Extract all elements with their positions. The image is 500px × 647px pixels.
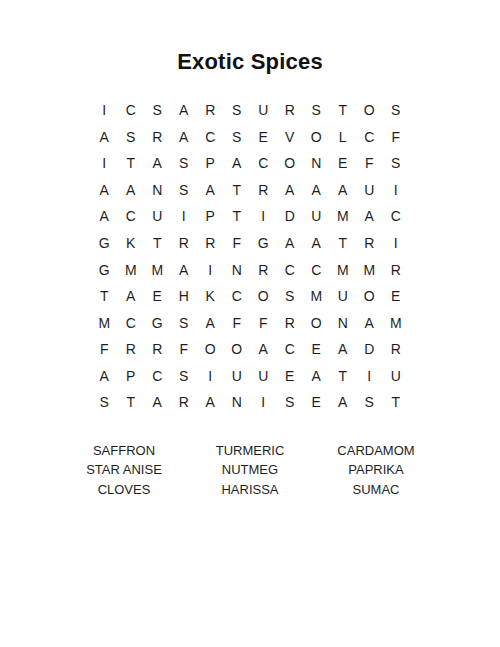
grid-cell: R xyxy=(171,389,198,416)
grid-cell: P xyxy=(118,362,145,389)
grid-cell: A xyxy=(250,336,277,363)
grid-cell: A xyxy=(171,256,198,283)
grid-cell: A xyxy=(303,230,330,257)
puzzle-title: Exotic Spices xyxy=(0,0,500,74)
grid-cell: R xyxy=(250,256,277,283)
word-list-column: CARDAMOMPAPRIKASUMAC xyxy=(313,441,439,500)
grid-cell: R xyxy=(250,177,277,204)
word-list-item: CARDAMOM xyxy=(313,441,439,461)
word-list-column: TURMERICNUTMEGHARISSA xyxy=(187,441,313,500)
grid-cell: T xyxy=(330,97,357,124)
grid-cell: I xyxy=(250,203,277,230)
grid-cell: O xyxy=(197,336,224,363)
grid-cell: P xyxy=(197,150,224,177)
grid-cell: M xyxy=(144,256,171,283)
grid-cell: E xyxy=(330,150,357,177)
grid-cell: C xyxy=(250,150,277,177)
grid-cell: I xyxy=(171,203,198,230)
grid-cell: I xyxy=(250,389,277,416)
grid-cell: F xyxy=(383,124,410,151)
word-list-item: TURMERIC xyxy=(187,441,313,461)
grid-cell: C xyxy=(118,203,145,230)
grid-cell: U xyxy=(330,283,357,310)
grid-cell: F xyxy=(224,309,251,336)
grid-cell: R xyxy=(197,230,224,257)
grid-cell: U xyxy=(250,97,277,124)
grid-cell: E xyxy=(144,283,171,310)
grid-cell: T xyxy=(224,177,251,204)
grid-cell: S xyxy=(356,389,383,416)
grid-cell: D xyxy=(277,203,304,230)
grid-cell: A xyxy=(330,177,357,204)
grid-cell: T xyxy=(224,203,251,230)
grid-cell: D xyxy=(356,336,383,363)
grid-cell: A xyxy=(91,362,118,389)
grid-cell: F xyxy=(91,336,118,363)
grid-cell: H xyxy=(171,283,198,310)
grid-cell: O xyxy=(250,283,277,310)
grid-cell: F xyxy=(250,309,277,336)
grid-cell: K xyxy=(118,230,145,257)
grid-cell: C xyxy=(303,256,330,283)
grid-cell: C xyxy=(118,97,145,124)
grid-cell: A xyxy=(303,177,330,204)
grid-cell: T xyxy=(91,283,118,310)
grid-cell: O xyxy=(303,124,330,151)
grid-cell: C xyxy=(144,362,171,389)
grid-cell: U xyxy=(144,203,171,230)
grid-cell: T xyxy=(118,150,145,177)
grid-cell: C xyxy=(383,203,410,230)
grid-cell: I xyxy=(197,362,224,389)
grid-cell: A xyxy=(277,177,304,204)
grid-cell: U xyxy=(356,177,383,204)
grid-cell: R xyxy=(383,256,410,283)
grid-cell: C xyxy=(277,336,304,363)
grid-cell: S xyxy=(383,150,410,177)
grid-cell: R xyxy=(277,97,304,124)
grid-cell: A xyxy=(91,177,118,204)
grid-cell: A xyxy=(277,230,304,257)
grid-cell: A xyxy=(118,283,145,310)
grid-cell: I xyxy=(91,150,118,177)
grid-cell: A xyxy=(303,362,330,389)
grid-cell: N xyxy=(224,389,251,416)
grid-cell: A xyxy=(118,177,145,204)
word-search-page: Exotic Spices ICSARSURSTOSASRACSEVOLCFIT… xyxy=(0,0,500,647)
grid-cell: M xyxy=(118,256,145,283)
word-list-item: SAFFRON xyxy=(61,441,187,461)
grid-cell: G xyxy=(91,256,118,283)
grid-cell: F xyxy=(224,230,251,257)
grid-cell: U xyxy=(224,362,251,389)
grid-cell: M xyxy=(383,309,410,336)
grid-cell: O xyxy=(303,309,330,336)
word-list-item: HARISSA xyxy=(187,480,313,500)
grid-cell: R xyxy=(277,309,304,336)
grid-cell: S xyxy=(303,97,330,124)
grid-cell: N xyxy=(330,309,357,336)
word-list-item: CLOVES xyxy=(61,480,187,500)
grid-cell: M xyxy=(91,309,118,336)
grid-cell: R xyxy=(197,97,224,124)
grid-cell: I xyxy=(356,362,383,389)
grid-cell: O xyxy=(277,150,304,177)
grid-cell: A xyxy=(91,203,118,230)
grid-cell: N xyxy=(303,150,330,177)
grid-cell: U xyxy=(250,362,277,389)
grid-cell: T xyxy=(330,230,357,257)
grid-cell: S xyxy=(171,177,198,204)
grid-cell: A xyxy=(197,177,224,204)
grid-cell: T xyxy=(330,362,357,389)
word-list-item: NUTMEG xyxy=(187,460,313,480)
grid-cell: O xyxy=(356,283,383,310)
grid-cell: U xyxy=(303,203,330,230)
grid-cell: S xyxy=(224,97,251,124)
grid-cell: S xyxy=(171,362,198,389)
grid-cell: E xyxy=(383,283,410,310)
grid-cell: R xyxy=(144,124,171,151)
grid-cell: S xyxy=(171,150,198,177)
grid-cell: G xyxy=(144,309,171,336)
grid-cell: L xyxy=(330,124,357,151)
word-list-column: SAFFRONSTAR ANISECLOVES xyxy=(61,441,187,500)
grid-cell: F xyxy=(356,150,383,177)
grid-cell: S xyxy=(383,97,410,124)
grid-cell: S xyxy=(277,283,304,310)
grid-cell: F xyxy=(171,336,198,363)
grid-cell: A xyxy=(356,309,383,336)
grid-cell: C xyxy=(197,124,224,151)
grid-cell: T xyxy=(118,389,145,416)
grid-cell: I xyxy=(383,230,410,257)
grid-cell: A xyxy=(171,97,198,124)
grid-cell: C xyxy=(277,256,304,283)
grid-cell: A xyxy=(91,124,118,151)
grid-cell: T xyxy=(383,389,410,416)
grid-cell: A xyxy=(224,150,251,177)
grid-cell: S xyxy=(144,97,171,124)
grid-cell: G xyxy=(91,230,118,257)
grid-cell: A xyxy=(197,309,224,336)
grid-cell: N xyxy=(144,177,171,204)
word-list-item: PAPRIKA xyxy=(313,460,439,480)
grid-cell: C xyxy=(224,283,251,310)
grid-cell: A xyxy=(197,389,224,416)
grid-cell: A xyxy=(144,150,171,177)
grid-cell: G xyxy=(250,230,277,257)
grid-cell: A xyxy=(356,203,383,230)
grid-cell: V xyxy=(277,124,304,151)
word-list: SAFFRONSTAR ANISECLOVESTURMERICNUTMEGHAR… xyxy=(61,441,439,500)
grid-cell: A xyxy=(330,336,357,363)
grid-cell: O xyxy=(356,97,383,124)
word-list-item: STAR ANISE xyxy=(61,460,187,480)
grid-cell: R xyxy=(118,336,145,363)
grid-cell: R xyxy=(356,230,383,257)
grid-cell: R xyxy=(383,336,410,363)
grid-cell: R xyxy=(171,230,198,257)
grid-cell: M xyxy=(303,283,330,310)
grid-cell: M xyxy=(356,256,383,283)
grid-cell: E xyxy=(277,362,304,389)
grid-cell: C xyxy=(356,124,383,151)
grid-cell: S xyxy=(277,389,304,416)
grid-cell: E xyxy=(303,389,330,416)
grid-cell: U xyxy=(383,362,410,389)
word-list-item: SUMAC xyxy=(313,480,439,500)
grid-cell: S xyxy=(118,124,145,151)
grid-cell: S xyxy=(224,124,251,151)
word-search-grid: ICSARSURSTOSASRACSEVOLCFITASPACONEFSAANS… xyxy=(91,97,409,416)
grid-cell: K xyxy=(197,283,224,310)
grid-cell: E xyxy=(303,336,330,363)
grid-cell: E xyxy=(250,124,277,151)
grid-cell: S xyxy=(91,389,118,416)
grid-cell: O xyxy=(224,336,251,363)
grid-cell: A xyxy=(144,389,171,416)
grid-cell: A xyxy=(330,389,357,416)
grid-cell: A xyxy=(171,124,198,151)
grid-cell: M xyxy=(330,256,357,283)
grid-cell: I xyxy=(383,177,410,204)
grid-cell: S xyxy=(171,309,198,336)
grid-cell: R xyxy=(144,336,171,363)
grid-cell: M xyxy=(330,203,357,230)
grid-cell: T xyxy=(144,230,171,257)
grid-cell: P xyxy=(197,203,224,230)
grid-cell: I xyxy=(197,256,224,283)
grid-cell: I xyxy=(91,97,118,124)
grid-cell: N xyxy=(224,256,251,283)
grid-cell: C xyxy=(118,309,145,336)
